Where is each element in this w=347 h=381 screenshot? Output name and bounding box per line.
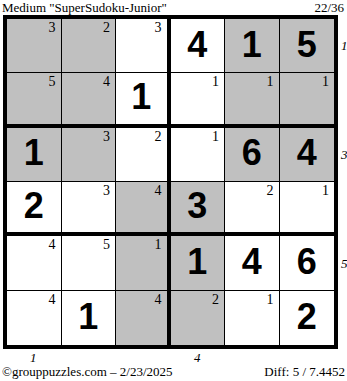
puzzle-title: Medium "SuperSudoku-Junior" bbox=[2, 0, 167, 16]
given-digit: 4 bbox=[225, 236, 279, 289]
small-clue-number: 3 bbox=[155, 20, 162, 35]
given-digit: 2 bbox=[7, 182, 61, 232]
small-clue-number: 4 bbox=[49, 292, 56, 307]
col-label-1: 1 bbox=[30, 351, 37, 364]
given-digit: 1 bbox=[116, 73, 167, 123]
cell-r5c2[interactable]: 5 bbox=[62, 236, 117, 290]
cell-r4c3[interactable]: 4 bbox=[116, 182, 171, 236]
cell-r2c6[interactable]: 1 bbox=[280, 73, 335, 127]
small-clue-number: 1 bbox=[267, 292, 274, 307]
small-clue-number: 1 bbox=[212, 74, 219, 89]
cell-r4c6[interactable]: 1 bbox=[280, 182, 335, 236]
copyright-text: ©grouppuzzles.com – 2/23/2025 bbox=[2, 364, 173, 380]
given-digit: 6 bbox=[225, 128, 279, 181]
cell-r1c6[interactable]: 5 bbox=[280, 19, 335, 73]
small-clue-number: 1 bbox=[322, 74, 329, 89]
cell-r2c5[interactable]: 1 bbox=[225, 73, 280, 127]
cell-r5c5[interactable]: 4 bbox=[225, 236, 280, 290]
cell-r4c5[interactable]: 2 bbox=[225, 182, 280, 236]
cell-r3c4[interactable]: 1 bbox=[171, 128, 226, 182]
row-label-3: 3 bbox=[341, 148, 347, 161]
cell-r3c2[interactable]: 3 bbox=[62, 128, 117, 182]
given-digit: 3 bbox=[171, 182, 225, 232]
cell-r4c1[interactable]: 2 bbox=[7, 182, 62, 236]
cell-r3c5[interactable]: 6 bbox=[225, 128, 280, 182]
cell-r1c2[interactable]: 2 bbox=[62, 19, 117, 73]
small-clue-number: 1 bbox=[322, 183, 329, 198]
given-digit: 2 bbox=[280, 291, 335, 345]
clue-counter: 22/36 bbox=[314, 0, 344, 16]
given-digit: 4 bbox=[280, 128, 335, 181]
given-digit: 5 bbox=[280, 19, 335, 72]
cell-r1c4[interactable]: 4 bbox=[171, 19, 226, 73]
small-clue-number: 2 bbox=[103, 20, 110, 35]
small-clue-number: 3 bbox=[103, 183, 110, 198]
small-clue-number: 2 bbox=[267, 183, 274, 198]
small-clue-number: 5 bbox=[103, 237, 110, 252]
cell-r6c2[interactable]: 1 bbox=[62, 291, 117, 345]
given-digit: 1 bbox=[225, 19, 279, 72]
col-label-4: 4 bbox=[194, 351, 201, 364]
given-digit: 6 bbox=[280, 236, 335, 289]
small-clue-number: 4 bbox=[155, 292, 162, 307]
cell-r4c2[interactable]: 3 bbox=[62, 182, 117, 236]
cell-r6c6[interactable]: 2 bbox=[280, 291, 335, 345]
cell-r3c1[interactable]: 1 bbox=[7, 128, 62, 182]
cell-r5c1[interactable]: 4 bbox=[7, 236, 62, 290]
cell-r6c5[interactable]: 1 bbox=[225, 291, 280, 345]
small-clue-number: 2 bbox=[212, 292, 219, 307]
small-clue-number: 1 bbox=[155, 237, 162, 252]
cell-r3c3[interactable]: 2 bbox=[116, 128, 171, 182]
cell-r2c3[interactable]: 1 bbox=[116, 73, 171, 127]
cell-r1c5[interactable]: 1 bbox=[225, 19, 280, 73]
small-clue-number: 4 bbox=[49, 237, 56, 252]
cell-r1c1[interactable]: 3 bbox=[7, 19, 62, 73]
cell-r2c4[interactable]: 1 bbox=[171, 73, 226, 127]
cell-r6c3[interactable]: 4 bbox=[116, 291, 171, 345]
small-clue-number: 2 bbox=[155, 129, 162, 144]
cell-r5c6[interactable]: 6 bbox=[280, 236, 335, 290]
row-label-1: 1 bbox=[341, 39, 347, 52]
small-clue-number: 3 bbox=[103, 129, 110, 144]
cell-r2c1[interactable]: 5 bbox=[7, 73, 62, 127]
given-digit: 1 bbox=[7, 128, 61, 181]
cell-r5c3[interactable]: 1 bbox=[116, 236, 171, 290]
small-clue-number: 4 bbox=[103, 74, 110, 89]
small-clue-number: 3 bbox=[49, 20, 56, 35]
given-digit: 4 bbox=[171, 19, 225, 72]
cell-r6c1[interactable]: 4 bbox=[7, 291, 62, 345]
cell-r2c2[interactable]: 4 bbox=[62, 73, 117, 127]
cell-r5c4[interactable]: 1 bbox=[171, 236, 226, 290]
row-label-5: 5 bbox=[341, 257, 347, 270]
cell-r1c3[interactable]: 3 bbox=[116, 19, 171, 73]
small-clue-number: 1 bbox=[267, 74, 274, 89]
difficulty-text: Diff: 5 / 7.4452 bbox=[264, 364, 345, 380]
cell-r4c4[interactable]: 3 bbox=[171, 182, 226, 236]
small-clue-number: 4 bbox=[155, 183, 162, 198]
given-digit: 1 bbox=[171, 236, 225, 289]
small-clue-number: 1 bbox=[212, 129, 219, 144]
sudoku-board: 323415541111132164234321451146414212 bbox=[3, 15, 338, 349]
small-clue-number: 5 bbox=[49, 74, 56, 89]
cell-r3c6[interactable]: 4 bbox=[280, 128, 335, 182]
given-digit: 1 bbox=[62, 291, 116, 345]
cell-r6c4[interactable]: 2 bbox=[171, 291, 226, 345]
